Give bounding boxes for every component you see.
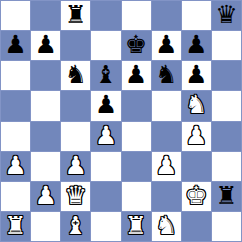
black-queen-piece[interactable]: ♛ bbox=[215, 2, 237, 27]
white-pawn-piece[interactable]: ♟ bbox=[34, 183, 56, 208]
white-king-piece[interactable]: ♚ bbox=[185, 183, 207, 208]
white-pawn-piece[interactable]: ♟ bbox=[65, 153, 87, 178]
square-a5[interactable] bbox=[1, 91, 30, 120]
square-h2[interactable]: ♜ bbox=[212, 182, 241, 211]
square-d1[interactable] bbox=[91, 212, 120, 241]
square-f1[interactable]: ♞ bbox=[152, 212, 181, 241]
square-h4[interactable] bbox=[212, 122, 241, 151]
square-c1[interactable]: ♝ bbox=[61, 212, 90, 241]
square-b1[interactable] bbox=[31, 212, 60, 241]
square-f2[interactable] bbox=[152, 182, 181, 211]
square-h7[interactable] bbox=[212, 31, 241, 60]
square-g2[interactable]: ♚ bbox=[182, 182, 211, 211]
black-knight-piece[interactable]: ♞ bbox=[155, 62, 177, 87]
square-b5[interactable] bbox=[31, 91, 60, 120]
square-d4[interactable]: ♟ bbox=[91, 122, 120, 151]
square-d8[interactable] bbox=[91, 1, 120, 30]
square-h8[interactable]: ♛ bbox=[212, 1, 241, 30]
square-f8[interactable] bbox=[152, 1, 181, 30]
square-f7[interactable]: ♟ bbox=[152, 31, 181, 60]
square-f5[interactable] bbox=[152, 91, 181, 120]
square-h3[interactable] bbox=[212, 152, 241, 181]
square-e7[interactable]: ♚ bbox=[122, 31, 151, 60]
square-g1[interactable] bbox=[182, 212, 211, 241]
chess-board-window: ♜♛♟♟♚♟♟♞♝♟♞♟♟♞♟♟♟♟♟♟♛♚♜♜♝♜♞ bbox=[0, 0, 242, 242]
black-rook-piece[interactable]: ♜ bbox=[65, 2, 87, 27]
square-f4[interactable] bbox=[152, 122, 181, 151]
square-c6[interactable]: ♞ bbox=[61, 61, 90, 90]
black-pawn-piece[interactable]: ♟ bbox=[95, 92, 117, 117]
square-h5[interactable] bbox=[212, 91, 241, 120]
white-pawn-piece[interactable]: ♟ bbox=[155, 153, 177, 178]
square-d3[interactable] bbox=[91, 152, 120, 181]
black-pawn-piece[interactable]: ♟ bbox=[155, 32, 177, 57]
square-g3[interactable] bbox=[182, 152, 211, 181]
square-a6[interactable] bbox=[1, 61, 30, 90]
black-pawn-piece[interactable]: ♟ bbox=[185, 32, 207, 57]
square-h1[interactable] bbox=[212, 212, 241, 241]
square-e8[interactable] bbox=[122, 1, 151, 30]
white-pawn-piece[interactable]: ♟ bbox=[95, 123, 117, 148]
square-d6[interactable]: ♝ bbox=[91, 61, 120, 90]
square-a2[interactable] bbox=[1, 182, 30, 211]
square-e5[interactable] bbox=[122, 91, 151, 120]
square-g5[interactable]: ♞ bbox=[182, 91, 211, 120]
square-a4[interactable] bbox=[1, 122, 30, 151]
square-b7[interactable]: ♟ bbox=[31, 31, 60, 60]
white-knight-piece[interactable]: ♞ bbox=[155, 213, 177, 238]
square-c5[interactable] bbox=[61, 91, 90, 120]
square-d2[interactable] bbox=[91, 182, 120, 211]
square-c8[interactable]: ♜ bbox=[61, 1, 90, 30]
square-g7[interactable]: ♟ bbox=[182, 31, 211, 60]
square-b3[interactable] bbox=[31, 152, 60, 181]
white-rook-piece[interactable]: ♜ bbox=[4, 213, 26, 238]
black-bishop-piece[interactable]: ♝ bbox=[95, 62, 117, 87]
square-g4[interactable]: ♟ bbox=[182, 122, 211, 151]
square-d5[interactable]: ♟ bbox=[91, 91, 120, 120]
black-pawn-piece[interactable]: ♟ bbox=[185, 62, 207, 87]
square-c3[interactable]: ♟ bbox=[61, 152, 90, 181]
square-e3[interactable] bbox=[122, 152, 151, 181]
square-a1[interactable]: ♜ bbox=[1, 212, 30, 241]
square-e1[interactable]: ♜ bbox=[122, 212, 151, 241]
square-a8[interactable] bbox=[1, 1, 30, 30]
square-c4[interactable] bbox=[61, 122, 90, 151]
white-pawn-piece[interactable]: ♟ bbox=[4, 153, 26, 178]
square-d7[interactable] bbox=[91, 31, 120, 60]
square-c7[interactable] bbox=[61, 31, 90, 60]
square-b6[interactable] bbox=[31, 61, 60, 90]
black-king-piece[interactable]: ♚ bbox=[125, 32, 147, 57]
black-pawn-piece[interactable]: ♟ bbox=[34, 32, 56, 57]
chess-board: ♜♛♟♟♚♟♟♞♝♟♞♟♟♞♟♟♟♟♟♟♛♚♜♜♝♜♞ bbox=[0, 0, 242, 242]
square-g8[interactable] bbox=[182, 1, 211, 30]
white-pawn-piece[interactable]: ♟ bbox=[185, 123, 207, 148]
white-knight-piece[interactable]: ♞ bbox=[185, 92, 207, 117]
square-b4[interactable] bbox=[31, 122, 60, 151]
square-a7[interactable]: ♟ bbox=[1, 31, 30, 60]
white-bishop-piece[interactable]: ♝ bbox=[65, 213, 87, 238]
square-h6[interactable] bbox=[212, 61, 241, 90]
black-rook-piece[interactable]: ♜ bbox=[215, 183, 237, 208]
square-e6[interactable]: ♟ bbox=[122, 61, 151, 90]
black-pawn-piece[interactable]: ♟ bbox=[4, 32, 26, 57]
square-e2[interactable] bbox=[122, 182, 151, 211]
square-c2[interactable]: ♛ bbox=[61, 182, 90, 211]
square-f6[interactable]: ♞ bbox=[152, 61, 181, 90]
black-pawn-piece[interactable]: ♟ bbox=[125, 62, 147, 87]
white-rook-piece[interactable]: ♜ bbox=[125, 213, 147, 238]
square-a3[interactable]: ♟ bbox=[1, 152, 30, 181]
white-queen-piece[interactable]: ♛ bbox=[65, 183, 87, 208]
square-g6[interactable]: ♟ bbox=[182, 61, 211, 90]
square-b2[interactable]: ♟ bbox=[31, 182, 60, 211]
square-e4[interactable] bbox=[122, 122, 151, 151]
square-f3[interactable]: ♟ bbox=[152, 152, 181, 181]
square-b8[interactable] bbox=[31, 1, 60, 30]
black-knight-piece[interactable]: ♞ bbox=[65, 62, 87, 87]
